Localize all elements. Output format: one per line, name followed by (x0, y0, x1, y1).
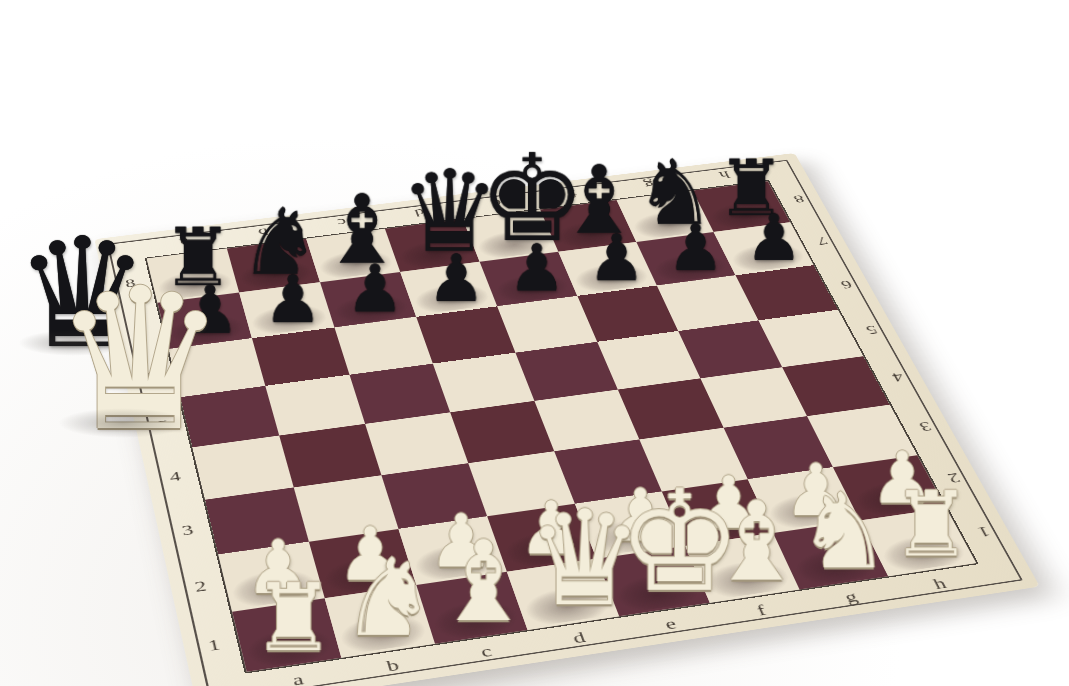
label-rank-right-4: 4 (877, 367, 918, 388)
chess-board: ♜♞♝♛♚♝♞♜♟♟♟♟♟♟♟♟♟♟♟♟♟♟♟♟♜♞♝♛♚♝♞♜ (147, 181, 976, 672)
label-file-bottom-a: a (277, 666, 320, 686)
white-rook-h1[interactable]: ♜ (885, 483, 977, 569)
piece-glyph: ♞ (340, 547, 436, 649)
label-file-bottom-f: f (739, 597, 784, 623)
label-file-bottom-e: e (648, 611, 693, 637)
square-b7[interactable]: ♟ (239, 282, 334, 338)
square-b4[interactable] (279, 424, 381, 488)
piece-glyph: ♟ (588, 228, 646, 290)
photo-stage: ♜♞♝♛♚♝♞♜♟♟♟♟♟♟♟♟♟♟♟♟♟♟♟♟♜♞♝♛♚♝♞♜ 88aa77b… (0, 0, 1069, 686)
piece-glyph: ♟ (427, 248, 486, 310)
piece-glyph: ♜ (252, 575, 336, 664)
piece-glyph: ♞ (797, 482, 891, 581)
white-queen-d1[interactable]: ♛ (526, 497, 620, 622)
piece-glyph: ♝ (434, 530, 534, 636)
square-e4[interactable] (534, 390, 639, 452)
label-rank-right-6: 6 (827, 275, 867, 295)
black-pawn-f7[interactable]: ♟ (576, 228, 658, 290)
board-frame: ♜♞♝♛♚♝♞♜♟♟♟♟♟♟♟♟♟♟♟♟♟♟♟♟♜♞♝♛♚♝♞♜ 88aa77b… (145, 180, 979, 674)
black-pawn-d7[interactable]: ♟ (415, 248, 498, 310)
black-pawn-b7[interactable]: ♟ (251, 269, 334, 332)
white-bishop-c1[interactable]: ♝ (434, 530, 529, 636)
square-h5[interactable] (758, 310, 863, 367)
label-rank-right-3: 3 (904, 416, 947, 438)
label-rank-left-3: 3 (168, 518, 208, 542)
chess-board-mat: ♜♞♝♛♚♝♞♜♟♟♟♟♟♟♟♟♟♟♟♟♟♟♟♟♜♞♝♛♚♝♞♜ 88aa77b… (94, 153, 1039, 686)
piece-glyph: ♛ (526, 497, 644, 622)
black-pawn-e7[interactable]: ♟ (496, 238, 578, 300)
label-rank-right-5: 5 (852, 320, 892, 340)
label-file-bottom-b: b (371, 652, 415, 679)
label-file-bottom-d: d (557, 625, 601, 651)
label-rank-left-2: 2 (180, 574, 221, 599)
piece-glyph: ♟ (263, 269, 322, 332)
label-file-bottom-h: h (917, 571, 962, 596)
piece-glyph: ♟ (346, 259, 405, 321)
piece-glyph: ♟ (667, 218, 725, 279)
square-a1[interactable]: ♜ (232, 598, 341, 671)
label-rank-left-1: 1 (193, 632, 235, 658)
label-file-bottom-g: g (828, 584, 873, 610)
white-knight-g1[interactable]: ♞ (797, 482, 890, 581)
piece-glyph: ♟ (508, 238, 566, 300)
black-pawn-g7[interactable]: ♟ (655, 218, 737, 279)
black-pawn-h7[interactable]: ♟ (734, 208, 815, 269)
spare-white-queen[interactable]: ♛ (52, 262, 228, 458)
label-file-bottom-c: c (464, 638, 508, 665)
white-knight-b1[interactable]: ♞ (340, 547, 435, 649)
piece-glyph: ♟ (745, 208, 803, 269)
white-rook-a1[interactable]: ♜ (246, 575, 342, 664)
black-pawn-c7[interactable]: ♟ (334, 259, 417, 321)
piece-glyph: ♜ (891, 483, 972, 569)
piece-glyph: ♛ (52, 262, 228, 458)
